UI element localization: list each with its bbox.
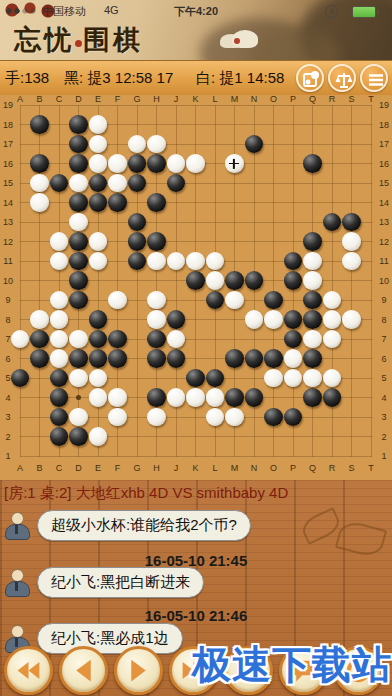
- black-stone-F7: [108, 330, 126, 348]
- white-stone-S8: [342, 310, 360, 328]
- white-stone-C11: [50, 252, 68, 270]
- menu-button[interactable]: [360, 64, 388, 92]
- white-stone-S12: [342, 232, 360, 250]
- black-stone-D18: [69, 115, 87, 133]
- black-stone-Q12: [303, 232, 321, 250]
- black-stone-D17: [69, 135, 87, 153]
- black-stone-P10: [284, 271, 302, 289]
- black-stone-P11: [284, 252, 302, 270]
- forward-arrow-icon: [124, 656, 153, 685]
- black-stone-Q8: [303, 310, 321, 328]
- black-stone-Q4: [303, 388, 321, 406]
- white-stone-E4: [89, 388, 107, 406]
- row-label: 8: [1, 315, 15, 325]
- row-label: 19: [1, 100, 15, 110]
- column-label: L: [209, 463, 221, 473]
- row-label: 12: [1, 237, 15, 247]
- column-label: G: [131, 463, 143, 473]
- row-label: 3: [1, 412, 15, 422]
- white-stone-J11: [167, 252, 185, 270]
- white-stone-R8: [323, 310, 341, 328]
- row-label: 2: [1, 432, 15, 442]
- white-stone-C9: [50, 291, 68, 309]
- black-stone-R4: [323, 388, 341, 406]
- black-stone-D9: [69, 291, 87, 309]
- white-stone-F15: [108, 174, 126, 192]
- row-label: 14: [377, 198, 391, 208]
- black-stone-R13: [323, 213, 341, 231]
- black-stone-O6: [264, 349, 282, 367]
- column-label: G: [131, 94, 143, 104]
- column-label: E: [92, 94, 104, 104]
- black-stone-D14: [69, 193, 87, 211]
- white-stone-P5: [284, 369, 302, 387]
- column-label: O: [268, 94, 280, 104]
- watermark: 极速下载站: [192, 638, 392, 692]
- row-label: 13: [377, 217, 391, 227]
- black-stone-D10: [69, 271, 87, 289]
- go-board[interactable]: AA1919BB1818CC1717DD1616EE1515FF1414GG13…: [0, 95, 392, 480]
- white-stone-E5: [89, 369, 107, 387]
- game-info-bar: 手:138 黑: 提3 12:58 17 白: 提1 14:58: [0, 60, 392, 95]
- black-stone-D12: [69, 232, 87, 250]
- chat-timestamp: 16-05-10 21:46: [0, 607, 392, 624]
- black-stone-B6: [30, 349, 48, 367]
- column-label: H: [151, 463, 163, 473]
- white-stone-J4: [167, 388, 185, 406]
- white-stone-D15: [69, 174, 87, 192]
- row-label: 16: [1, 159, 15, 169]
- hamburger-icon: [366, 70, 386, 90]
- white-stone-C7: [50, 330, 68, 348]
- black-stone-C5: [50, 369, 68, 387]
- user-avatar-icon[interactable]: [4, 512, 30, 540]
- black-stone-D2: [69, 427, 87, 445]
- status-bar: 中国移动 4G 下午4:20: [0, 0, 392, 20]
- white-stone-C8: [50, 310, 68, 328]
- black-stone-E8: [89, 310, 107, 328]
- black-stone-H6: [147, 349, 165, 367]
- column-label: D: [73, 463, 85, 473]
- row-label: 1: [1, 451, 15, 461]
- go-app: 中国移动 4G 下午4:20 忘忧围棋 手:138 黑: 提3 12:58 17…: [0, 0, 392, 696]
- white-stone-B14: [30, 193, 48, 211]
- black-stone-N6: [245, 349, 263, 367]
- row-label: 2: [377, 432, 391, 442]
- column-label: T: [365, 463, 377, 473]
- white-stone-E11: [89, 252, 107, 270]
- column-label: R: [326, 463, 338, 473]
- row-label: 7: [377, 334, 391, 344]
- black-stone-H14: [147, 193, 165, 211]
- white-stone-Q10: [303, 271, 321, 289]
- white-stone-E2: [89, 427, 107, 445]
- black-stone-S13: [342, 213, 360, 231]
- black-stone-G12: [128, 232, 146, 250]
- fast-rewind-button[interactable]: [4, 646, 53, 695]
- white-stone-M9: [225, 291, 243, 309]
- white-stone-F4: [108, 388, 126, 406]
- white-stone-B8: [30, 310, 48, 328]
- white-stone-O5: [264, 369, 282, 387]
- grid-line: [273, 105, 274, 457]
- black-stone-Q16: [303, 154, 321, 172]
- black-stone-H16: [147, 154, 165, 172]
- white-stone-Q7: [303, 330, 321, 348]
- row-label: 18: [1, 120, 15, 130]
- black-stone-E14: [89, 193, 107, 211]
- row-label: 13: [1, 217, 15, 227]
- black-stone-N4: [245, 388, 263, 406]
- black-stone-D16: [69, 154, 87, 172]
- white-stone-H3: [147, 408, 165, 426]
- column-label: D: [73, 94, 85, 104]
- app-title: 忘忧围棋: [14, 22, 143, 58]
- white-stone-H9: [147, 291, 165, 309]
- black-stone-L5: [206, 369, 224, 387]
- white-stone-E16: [89, 154, 107, 172]
- black-stone-Q6: [303, 349, 321, 367]
- column-label: H: [151, 94, 163, 104]
- back-arrow-icon: [69, 656, 98, 685]
- black-stone-C3: [50, 408, 68, 426]
- row-label: 19: [377, 100, 391, 110]
- fast-rewind-icon: [14, 656, 43, 685]
- star-point: [76, 395, 81, 400]
- black-stone-P3: [284, 408, 302, 426]
- black-stone-M6: [225, 349, 243, 367]
- white-stone-L3: [206, 408, 224, 426]
- black-stone-L9: [206, 291, 224, 309]
- row-label: 18: [377, 120, 391, 130]
- white-stone-N8: [245, 310, 263, 328]
- black-stone-O3: [264, 408, 282, 426]
- white-stone-F9: [108, 291, 126, 309]
- row-label: 14: [1, 198, 15, 208]
- black-stone-F6: [108, 349, 126, 367]
- white-stone-K16: [186, 154, 204, 172]
- black-stone-P8: [284, 310, 302, 328]
- column-label: B: [34, 94, 46, 104]
- column-label: N: [248, 94, 260, 104]
- white-stone-H11: [147, 252, 165, 270]
- row-label: 17: [377, 139, 391, 149]
- row-label: 10: [1, 276, 15, 286]
- column-label: K: [190, 94, 202, 104]
- black-stone-D11: [69, 252, 87, 270]
- black-stone-M4: [225, 388, 243, 406]
- black-stone-F14: [108, 193, 126, 211]
- column-label: R: [326, 94, 338, 104]
- black-stone-K10: [186, 271, 204, 289]
- grid-line: [351, 105, 352, 457]
- white-stone-E18: [89, 115, 107, 133]
- white-stone-D3: [69, 408, 87, 426]
- header-painting: 中国移动 4G 下午4:20 忘忧围棋: [0, 0, 392, 60]
- white-stone-F16: [108, 154, 126, 172]
- column-label: Q: [307, 94, 319, 104]
- column-label: B: [34, 463, 46, 473]
- black-stone-G13: [128, 213, 146, 231]
- white-stone-R9: [323, 291, 341, 309]
- column-label: K: [190, 463, 202, 473]
- row-label: 5: [377, 373, 391, 383]
- grid-line: [20, 105, 21, 457]
- row-label: 9: [1, 295, 15, 305]
- black-stone-H12: [147, 232, 165, 250]
- row-label: 6: [1, 354, 15, 364]
- black-stone-P7: [284, 330, 302, 348]
- row-label: 6: [377, 354, 391, 364]
- white-stone-S11: [342, 252, 360, 270]
- black-stone-N10: [245, 271, 263, 289]
- white-stone-E12: [89, 232, 107, 250]
- white-stone-M16: [225, 154, 243, 172]
- column-label: F: [112, 94, 124, 104]
- judge-button[interactable]: [328, 64, 356, 92]
- black-stone-Q9: [303, 291, 321, 309]
- white-stone-J16: [167, 154, 185, 172]
- white-stone-B15: [30, 174, 48, 192]
- column-label: T: [365, 94, 377, 104]
- white-stone-R7: [323, 330, 341, 348]
- white-stone-K4: [186, 388, 204, 406]
- row-label: 11: [377, 256, 391, 266]
- white-stone-D13: [69, 213, 87, 231]
- white-stone-H17: [147, 135, 165, 153]
- black-stone-E15: [89, 174, 107, 192]
- black-stone-C4: [50, 388, 68, 406]
- painting-figures: [232, 30, 258, 48]
- white-stone-L11: [206, 252, 224, 270]
- row-label: 4: [377, 393, 391, 403]
- black-stone-C2: [50, 427, 68, 445]
- black-stone-M10: [225, 271, 243, 289]
- black-stone-J8: [167, 310, 185, 328]
- column-label: P: [287, 94, 299, 104]
- grid-line: [20, 105, 372, 106]
- row-label: 10: [377, 276, 391, 286]
- column-label: A: [14, 94, 26, 104]
- row-label: 16: [377, 159, 391, 169]
- white-stone-L4: [206, 388, 224, 406]
- white-stone-D5: [69, 369, 87, 387]
- white-stone-D7: [69, 330, 87, 348]
- column-label: S: [346, 463, 358, 473]
- column-label: P: [287, 463, 299, 473]
- column-label: E: [92, 463, 104, 473]
- white-stone-Q5: [303, 369, 321, 387]
- white-stone-H8: [147, 310, 165, 328]
- white-stone-F3: [108, 408, 126, 426]
- chat-bubble: 超级小水杯:谁能给我2个币?: [37, 510, 251, 541]
- black-stone-O9: [264, 291, 282, 309]
- rotation-lock-icon: [325, 5, 338, 18]
- column-label: F: [112, 463, 124, 473]
- black-stone-N17: [245, 135, 263, 153]
- goban-icon: [302, 70, 322, 90]
- battery-icon: [352, 6, 376, 18]
- red-seal-icon: [75, 40, 82, 47]
- white-stone-A7: [11, 330, 29, 348]
- white-stone-O8: [264, 310, 282, 328]
- white-stone-G17: [128, 135, 146, 153]
- black-stone-D6: [69, 349, 87, 367]
- grid-line: [20, 456, 372, 457]
- grid-line: [371, 105, 372, 457]
- column-label: N: [248, 463, 260, 473]
- column-label: M: [229, 94, 241, 104]
- black-stone-B18: [30, 115, 48, 133]
- row-label: 3: [377, 412, 391, 422]
- white-stone-L10: [206, 271, 224, 289]
- row-label: 12: [377, 237, 391, 247]
- row-label: 4: [1, 393, 15, 403]
- white-stone-E17: [89, 135, 107, 153]
- rooms-button[interactable]: [296, 64, 324, 92]
- black-stone-E7: [89, 330, 107, 348]
- black-stone-E6: [89, 349, 107, 367]
- scales-icon: [334, 70, 354, 90]
- white-stone-K11: [186, 252, 204, 270]
- black-stone-B16: [30, 154, 48, 172]
- column-label: J: [170, 463, 182, 473]
- white-stone-Q11: [303, 252, 321, 270]
- white-stone-P6: [284, 349, 302, 367]
- column-label: M: [229, 463, 241, 473]
- white-player-info: 白: 提1 14:58: [196, 69, 284, 88]
- black-stone-G15: [128, 174, 146, 192]
- move-counter: 手:138: [5, 69, 49, 88]
- row-label: 15: [377, 178, 391, 188]
- column-label: C: [53, 94, 65, 104]
- black-stone-J6: [167, 349, 185, 367]
- row-label: 11: [1, 256, 15, 266]
- row-label: 1: [377, 451, 391, 461]
- user-avatar-icon[interactable]: [4, 569, 30, 597]
- white-stone-M3: [225, 408, 243, 426]
- column-label: J: [170, 94, 182, 104]
- column-label: Q: [307, 463, 319, 473]
- white-stone-C12: [50, 232, 68, 250]
- black-stone-G16: [128, 154, 146, 172]
- row-label: 17: [1, 139, 15, 149]
- black-player-info: 黑: 提3 12:58 17: [64, 69, 173, 88]
- row-label: 15: [1, 178, 15, 188]
- white-stone-J7: [167, 330, 185, 348]
- row-label: 8: [377, 315, 391, 325]
- column-label: C: [53, 463, 65, 473]
- black-stone-H7: [147, 330, 165, 348]
- chat-bubble: 纪小飞:黑把白断进来: [37, 567, 204, 598]
- white-stone-R5: [323, 369, 341, 387]
- room-table-info: [房:1 桌:2] 大地红xhb 4D VS smithbaby 4D: [4, 484, 288, 503]
- column-label: O: [268, 463, 280, 473]
- white-stone-C6: [50, 349, 68, 367]
- step-forward-button[interactable]: [114, 646, 163, 695]
- black-stone-H4: [147, 388, 165, 406]
- black-stone-C15: [50, 174, 68, 192]
- row-label: 9: [377, 295, 391, 305]
- step-back-button[interactable]: [59, 646, 108, 695]
- column-label: A: [14, 463, 26, 473]
- black-stone-G11: [128, 252, 146, 270]
- column-label: L: [209, 94, 221, 104]
- black-stone-K5: [186, 369, 204, 387]
- black-stone-J15: [167, 174, 185, 192]
- black-stone-B7: [30, 330, 48, 348]
- column-label: S: [346, 94, 358, 104]
- black-stone-A5: [11, 369, 29, 387]
